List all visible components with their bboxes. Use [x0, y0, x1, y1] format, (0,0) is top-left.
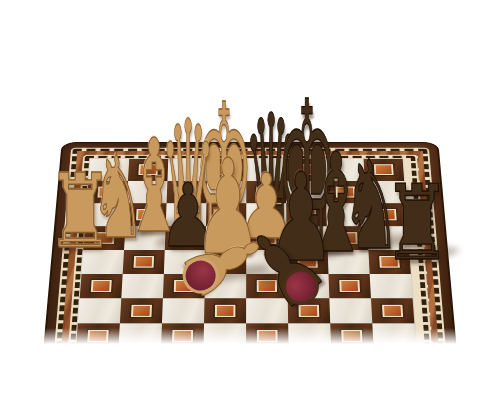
amber-inlay-b2 [131, 305, 152, 317]
square-g2 [329, 298, 372, 323]
chess-set-product-photo: ♜♞♝♛♚♛♚♝♞♜♟♟♟♟♟♟ [0, 0, 500, 400]
amber-inlay-h2 [382, 305, 403, 317]
square-a2 [78, 298, 121, 323]
dark-rook-glyph: ♜ [383, 172, 451, 276]
square-b3 [121, 274, 164, 299]
square-h2 [371, 298, 414, 323]
square-a3 [80, 274, 123, 299]
amber-inlay-a3 [91, 280, 112, 292]
square-b2 [120, 298, 163, 323]
light-rook-glyph: ♜ [46, 161, 113, 264]
photo-foreground-fade [0, 328, 500, 400]
amber-inlay-d2 [215, 305, 235, 317]
